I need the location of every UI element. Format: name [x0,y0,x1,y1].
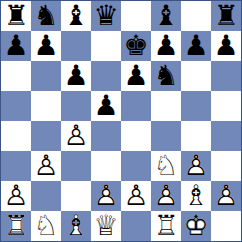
square-b5[interactable] [31,91,61,121]
square-g3[interactable]: ♟♙ [181,151,211,181]
square-g8[interactable] [181,1,211,31]
black-knight: ♞ [153,61,178,91]
square-d2[interactable]: ♟♙ [91,181,121,211]
white-pawn: ♟♙ [93,181,118,211]
square-f2[interactable]: ♟♙ [151,181,181,211]
black-bishop: ♝ [153,1,178,31]
white-pawn: ♟♙ [183,151,208,181]
square-h5[interactable] [211,91,241,121]
square-g1[interactable]: ♚♔ [181,211,211,241]
black-rook: ♜ [3,1,28,31]
square-d3[interactable] [91,151,121,181]
white-pawn: ♟♙ [153,181,178,211]
square-e2[interactable]: ♟♙ [121,181,151,211]
square-c1[interactable]: ♝♗ [61,211,91,241]
square-g5[interactable] [181,91,211,121]
white-pawn: ♟♙ [33,151,58,181]
square-c8[interactable]: ♝ [61,1,91,31]
square-f3[interactable]: ♞♘ [151,151,181,181]
square-a5[interactable] [1,91,31,121]
square-a7[interactable]: ♟ [1,31,31,61]
square-h8[interactable]: ♜ [211,1,241,31]
square-f5[interactable] [151,91,181,121]
square-c6[interactable]: ♟ [61,61,91,91]
square-e4[interactable] [121,121,151,151]
square-g4[interactable] [181,121,211,151]
white-bishop: ♝♗ [183,181,208,211]
square-b2[interactable] [31,181,61,211]
black-king: ♚ [123,31,148,61]
square-f4[interactable] [151,121,181,151]
white-rook: ♜♖ [153,211,178,241]
square-a3[interactable] [1,151,31,181]
square-b1[interactable]: ♞♘ [31,211,61,241]
square-b8[interactable]: ♞ [31,1,61,31]
black-rook: ♜ [213,1,238,31]
white-knight: ♞♘ [153,151,178,181]
square-d7[interactable] [91,31,121,61]
black-pawn: ♟ [93,91,118,121]
square-c7[interactable] [61,31,91,61]
square-h1[interactable] [211,211,241,241]
square-c5[interactable] [61,91,91,121]
black-pawn: ♟ [153,31,178,61]
square-b4[interactable] [31,121,61,151]
white-pawn: ♟♙ [213,181,238,211]
black-pawn: ♟ [3,31,28,61]
black-pawn: ♟ [183,31,208,61]
square-f7[interactable]: ♟ [151,31,181,61]
square-c4[interactable]: ♟♙ [61,121,91,151]
square-f6[interactable]: ♞ [151,61,181,91]
square-d4[interactable] [91,121,121,151]
square-f1[interactable]: ♜♖ [151,211,181,241]
square-b3[interactable]: ♟♙ [31,151,61,181]
square-f8[interactable]: ♝ [151,1,181,31]
white-pawn: ♟♙ [123,181,148,211]
square-a2[interactable]: ♟♙ [1,181,31,211]
white-pawn: ♟♙ [3,181,28,211]
square-e6[interactable]: ♟ [121,61,151,91]
square-e7[interactable]: ♚ [121,31,151,61]
square-h2[interactable]: ♟♙ [211,181,241,211]
black-pawn: ♟ [63,61,88,91]
square-h4[interactable] [211,121,241,151]
square-d8[interactable]: ♛ [91,1,121,31]
chess-board: ♜♞♝♛♝♜♟♟♚♟♟♟♟♟♞♟♟♙♟♙♞♘♟♙♟♙♟♙♟♙♟♙♝♗♟♙♜♖♞♘… [0,0,242,242]
square-a1[interactable]: ♜♖ [1,211,31,241]
square-g2[interactable]: ♝♗ [181,181,211,211]
square-h7[interactable]: ♟ [211,31,241,61]
square-a4[interactable] [1,121,31,151]
black-pawn: ♟ [123,61,148,91]
square-e8[interactable] [121,1,151,31]
square-e3[interactable] [121,151,151,181]
white-king: ♚♔ [183,211,208,241]
square-h3[interactable] [211,151,241,181]
square-a6[interactable] [1,61,31,91]
square-a8[interactable]: ♜ [1,1,31,31]
white-queen: ♛♕ [93,211,118,241]
square-g7[interactable]: ♟ [181,31,211,61]
black-bishop: ♝ [63,1,88,31]
square-c3[interactable] [61,151,91,181]
white-knight: ♞♘ [33,211,58,241]
square-g6[interactable] [181,61,211,91]
square-b7[interactable]: ♟ [31,31,61,61]
square-e5[interactable] [121,91,151,121]
black-pawn: ♟ [33,31,58,61]
square-h6[interactable] [211,61,241,91]
square-e1[interactable] [121,211,151,241]
black-pawn: ♟ [213,31,238,61]
black-knight: ♞ [33,1,58,31]
square-c2[interactable] [61,181,91,211]
white-bishop: ♝♗ [63,211,88,241]
square-b6[interactable] [31,61,61,91]
white-rook: ♜♖ [3,211,28,241]
square-d1[interactable]: ♛♕ [91,211,121,241]
square-d5[interactable]: ♟ [91,91,121,121]
black-queen: ♛ [93,1,118,31]
white-pawn: ♟♙ [63,121,88,151]
square-d6[interactable] [91,61,121,91]
